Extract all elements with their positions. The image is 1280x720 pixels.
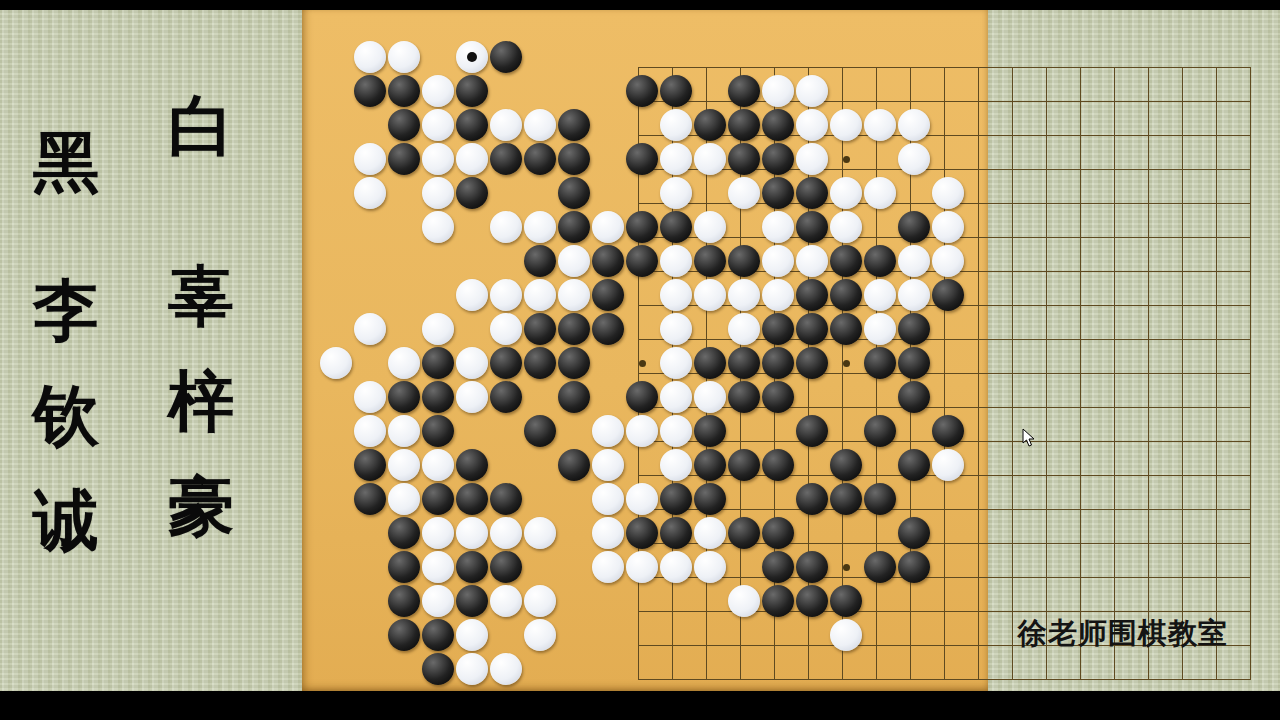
- white-stone: [524, 279, 556, 311]
- letterbox-bottom: [0, 691, 1280, 720]
- white-stone: [762, 75, 794, 107]
- black-stone: [456, 551, 488, 583]
- white-stone: [490, 585, 522, 617]
- white-stone: [796, 143, 828, 175]
- white-stone: [422, 585, 454, 617]
- white-stone: [830, 619, 862, 651]
- black-stone: [864, 483, 896, 515]
- black-stone: [864, 551, 896, 583]
- black-stone: [388, 381, 420, 413]
- white-stone: [932, 245, 964, 277]
- black-stone: [898, 347, 930, 379]
- white-stone: [898, 245, 930, 277]
- white-stone: [558, 279, 590, 311]
- white-stone: [694, 381, 726, 413]
- white-stone: [456, 41, 488, 73]
- black-stone: [830, 313, 862, 345]
- black-stone: [694, 347, 726, 379]
- black-stone: [626, 245, 658, 277]
- black-stone: [728, 517, 760, 549]
- white-stone: [524, 585, 556, 617]
- black-stone: [388, 75, 420, 107]
- white-stone: [864, 177, 896, 209]
- white-stone: [898, 143, 930, 175]
- black-stone: [762, 109, 794, 141]
- black-stone: [796, 483, 828, 515]
- white-stone: [694, 143, 726, 175]
- black-stone: [388, 551, 420, 583]
- black-stone: [490, 347, 522, 379]
- star-point: [843, 564, 850, 571]
- black-stone: [626, 143, 658, 175]
- white-stone: [524, 517, 556, 549]
- black-stone: [830, 585, 862, 617]
- white-stone: [694, 279, 726, 311]
- go-board: [302, 10, 988, 691]
- white-stone: [660, 279, 692, 311]
- player-name-char: 钦: [33, 381, 99, 451]
- white-stone: [830, 211, 862, 243]
- black-stone: [490, 143, 522, 175]
- player-name-char: 李: [33, 276, 99, 346]
- black-stone: [762, 381, 794, 413]
- white-stone: [490, 279, 522, 311]
- black-stone: [796, 347, 828, 379]
- white-stone: [422, 313, 454, 345]
- white-stone: [762, 211, 794, 243]
- black-stone: [762, 449, 794, 481]
- black-stone: [898, 449, 930, 481]
- white-stone: [320, 347, 352, 379]
- black-stone: [830, 279, 862, 311]
- white-stone: [762, 245, 794, 277]
- white-stone: [422, 517, 454, 549]
- white-stone: [728, 279, 760, 311]
- black-stone: [524, 313, 556, 345]
- watermark-text: 徐老师围棋教室: [1018, 614, 1228, 654]
- white-player-caption: 白辜梓豪: [168, 92, 234, 577]
- black-stone: [728, 449, 760, 481]
- black-stone: [694, 415, 726, 447]
- black-stone: [456, 109, 488, 141]
- white-stone: [422, 177, 454, 209]
- white-stone: [660, 177, 692, 209]
- white-stone: [830, 109, 862, 141]
- white-stone: [490, 313, 522, 345]
- black-stone: [354, 483, 386, 515]
- black-stone: [660, 75, 692, 107]
- white-stone: [796, 109, 828, 141]
- white-stone: [898, 279, 930, 311]
- player-name-char: 豪: [168, 472, 234, 542]
- white-stone: [422, 449, 454, 481]
- black-stone: [864, 415, 896, 447]
- black-stone: [796, 415, 828, 447]
- black-stone: [796, 585, 828, 617]
- black-stone: [422, 381, 454, 413]
- black-stone: [558, 211, 590, 243]
- black-stone: [558, 347, 590, 379]
- white-stone: [490, 653, 522, 685]
- black-stone: [422, 653, 454, 685]
- black-stone: [762, 585, 794, 617]
- white-stone: [456, 143, 488, 175]
- black-stone: [796, 177, 828, 209]
- black-stone: [524, 415, 556, 447]
- white-stone: [490, 211, 522, 243]
- black-stone: [660, 483, 692, 515]
- white-stone: [354, 415, 386, 447]
- black-stone: [456, 75, 488, 107]
- black-stone: [694, 483, 726, 515]
- white-stone: [456, 347, 488, 379]
- white-stone: [354, 381, 386, 413]
- white-stone: [388, 347, 420, 379]
- white-stone: [626, 483, 658, 515]
- white-stone: [592, 517, 624, 549]
- black-stone: [558, 313, 590, 345]
- black-stone: [388, 585, 420, 617]
- white-stone: [490, 517, 522, 549]
- black-stone: [388, 109, 420, 141]
- white-stone: [694, 211, 726, 243]
- white-stone: [932, 449, 964, 481]
- white-stone: [456, 381, 488, 413]
- white-stone: [388, 415, 420, 447]
- white-stone: [456, 653, 488, 685]
- black-stone: [456, 585, 488, 617]
- white-stone: [592, 483, 624, 515]
- black-stone: [830, 483, 862, 515]
- black-stone: [422, 483, 454, 515]
- black-stone: [422, 619, 454, 651]
- black-stone: [456, 177, 488, 209]
- white-stone: [388, 41, 420, 73]
- black-stone: [626, 211, 658, 243]
- white-stone: [524, 109, 556, 141]
- black-stone: [490, 41, 522, 73]
- black-stone: [524, 245, 556, 277]
- white-stone: [830, 177, 862, 209]
- black-stone: [558, 143, 590, 175]
- black-stone: [524, 347, 556, 379]
- star-point: [843, 156, 850, 163]
- black-stone: [354, 449, 386, 481]
- white-stone: [864, 279, 896, 311]
- white-stone: [796, 245, 828, 277]
- white-stone: [660, 245, 692, 277]
- letterbox-top: [0, 0, 1280, 10]
- black-stone: [490, 381, 522, 413]
- black-stone: [728, 143, 760, 175]
- white-stone: [422, 211, 454, 243]
- star-point: [639, 360, 646, 367]
- black-stone: [592, 279, 624, 311]
- black-stone: [728, 75, 760, 107]
- black-stone: [660, 517, 692, 549]
- white-stone: [354, 41, 386, 73]
- white-stone: [592, 551, 624, 583]
- white-stone: [490, 109, 522, 141]
- white-stone: [728, 313, 760, 345]
- black-stone: [626, 381, 658, 413]
- white-stone: [660, 109, 692, 141]
- white-stone: [694, 551, 726, 583]
- black-stone: [864, 245, 896, 277]
- white-stone: [524, 619, 556, 651]
- black-stone: [762, 347, 794, 379]
- black-stone: [354, 75, 386, 107]
- white-stone: [728, 585, 760, 617]
- black-stone: [626, 75, 658, 107]
- player-color-label: 黑: [33, 128, 99, 198]
- black-stone: [388, 143, 420, 175]
- black-stone: [762, 177, 794, 209]
- black-stone: [796, 313, 828, 345]
- white-stone: [864, 313, 896, 345]
- black-stone: [898, 313, 930, 345]
- black-stone: [626, 517, 658, 549]
- black-stone: [694, 109, 726, 141]
- black-stone: [932, 415, 964, 447]
- black-stone: [864, 347, 896, 379]
- white-stone: [660, 313, 692, 345]
- player-name-char: 诚: [33, 486, 99, 556]
- white-stone: [592, 415, 624, 447]
- black-stone: [728, 347, 760, 379]
- white-stone: [388, 483, 420, 515]
- player-name-char: 梓: [168, 367, 234, 437]
- white-stone: [558, 245, 590, 277]
- black-stone: [490, 551, 522, 583]
- black-stone: [898, 211, 930, 243]
- white-stone: [932, 211, 964, 243]
- black-stone: [728, 381, 760, 413]
- white-stone: [626, 551, 658, 583]
- white-stone: [694, 517, 726, 549]
- mouse-cursor: [1022, 428, 1036, 448]
- white-stone: [762, 279, 794, 311]
- black-stone: [830, 449, 862, 481]
- black-stone: [898, 381, 930, 413]
- white-stone: [422, 551, 454, 583]
- black-stone: [728, 245, 760, 277]
- white-stone: [796, 75, 828, 107]
- black-stone: [796, 551, 828, 583]
- white-stone: [388, 449, 420, 481]
- white-stone: [354, 143, 386, 175]
- black-stone: [592, 313, 624, 345]
- player-color-label: 白: [168, 92, 234, 162]
- black-stone: [558, 381, 590, 413]
- star-point: [843, 360, 850, 367]
- white-stone: [660, 381, 692, 413]
- white-stone: [660, 449, 692, 481]
- white-stone: [660, 551, 692, 583]
- white-stone: [354, 313, 386, 345]
- black-stone: [932, 279, 964, 311]
- black-stone: [796, 211, 828, 243]
- black-stone: [456, 483, 488, 515]
- black-stone: [660, 211, 692, 243]
- black-stone: [558, 449, 590, 481]
- white-stone: [422, 75, 454, 107]
- white-stone: [592, 449, 624, 481]
- black-stone: [456, 449, 488, 481]
- black-stone: [830, 245, 862, 277]
- white-stone: [864, 109, 896, 141]
- white-stone: [728, 177, 760, 209]
- white-stone: [456, 279, 488, 311]
- black-stone: [558, 177, 590, 209]
- white-stone: [660, 415, 692, 447]
- white-stone: [592, 211, 624, 243]
- black-stone: [592, 245, 624, 277]
- white-stone: [354, 177, 386, 209]
- black-stone: [388, 517, 420, 549]
- black-stone: [422, 347, 454, 379]
- white-stone: [660, 143, 692, 175]
- black-stone: [796, 279, 828, 311]
- white-stone: [626, 415, 658, 447]
- black-stone: [422, 415, 454, 447]
- white-stone: [898, 109, 930, 141]
- black-stone: [490, 483, 522, 515]
- black-stone: [728, 109, 760, 141]
- white-stone: [524, 211, 556, 243]
- black-stone: [558, 109, 590, 141]
- white-stone: [422, 109, 454, 141]
- player-name-char: 辜: [168, 262, 234, 332]
- black-stone: [524, 143, 556, 175]
- black-stone: [762, 551, 794, 583]
- black-stone: [898, 517, 930, 549]
- black-stone: [694, 245, 726, 277]
- black-stone: [762, 517, 794, 549]
- black-stone: [762, 143, 794, 175]
- black-stone: [762, 313, 794, 345]
- black-stone: [694, 449, 726, 481]
- last-move-marker: [467, 52, 477, 62]
- white-stone: [932, 177, 964, 209]
- black-stone: [388, 619, 420, 651]
- white-stone: [456, 619, 488, 651]
- black-player-caption: 黑李钦诚: [33, 128, 99, 591]
- white-stone: [422, 143, 454, 175]
- white-stone: [660, 347, 692, 379]
- white-stone: [456, 517, 488, 549]
- black-stone: [898, 551, 930, 583]
